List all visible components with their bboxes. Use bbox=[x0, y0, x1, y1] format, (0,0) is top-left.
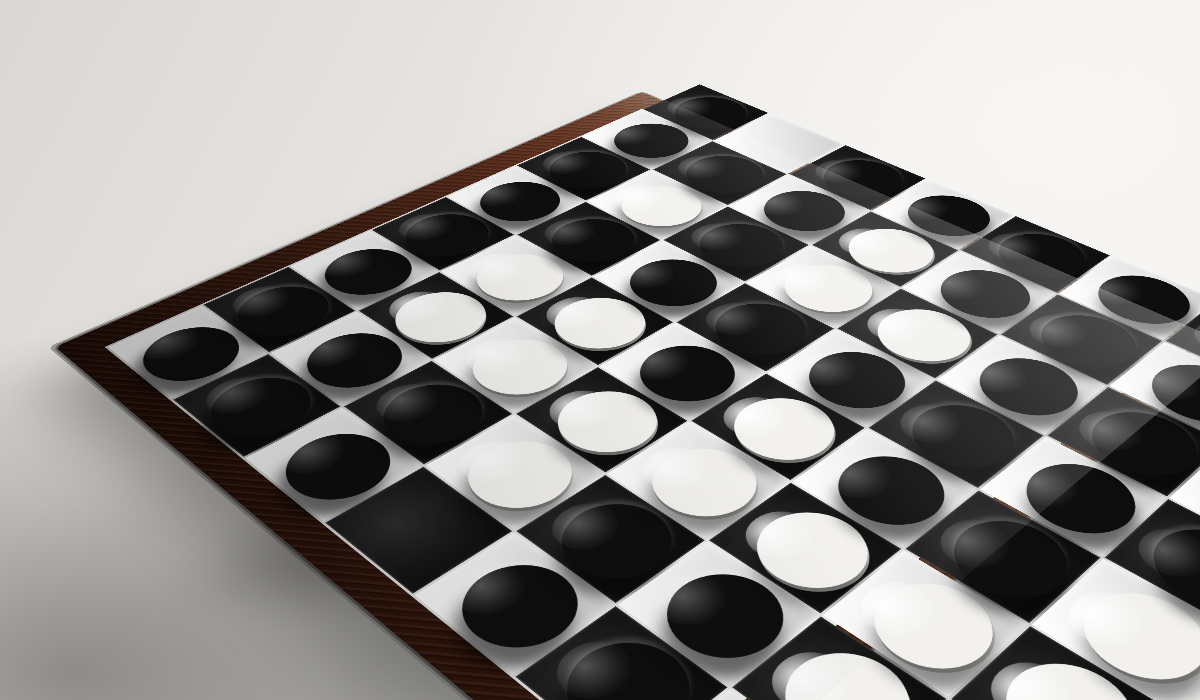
disc-highlight bbox=[619, 338, 703, 387]
disc-highlight bbox=[459, 248, 536, 289]
scene: ●●●●●●●●●●●●●●●●●●●●●●●●●●●●●●●●●●●●●●●●… bbox=[0, 0, 1200, 700]
disc-highlight bbox=[846, 572, 949, 646]
disc-highlight bbox=[764, 258, 841, 300]
disc-highlight bbox=[537, 383, 625, 436]
disc-highlight bbox=[309, 243, 386, 283]
disc-highlight bbox=[364, 376, 452, 429]
disc-highlight bbox=[694, 297, 774, 342]
disc-highlight bbox=[128, 320, 212, 367]
disc-highlight bbox=[439, 554, 541, 626]
disc-highlight bbox=[855, 302, 936, 348]
disc-highlight bbox=[464, 176, 535, 211]
disc-highlight bbox=[641, 563, 744, 636]
disc-highlight bbox=[540, 630, 648, 700]
disc-highlight bbox=[378, 285, 458, 329]
disc-highlight bbox=[658, 93, 722, 121]
disc-highlight bbox=[1054, 582, 1157, 657]
disc-highlight bbox=[1018, 308, 1099, 354]
disc-highlight bbox=[756, 640, 865, 700]
disc-highlight bbox=[888, 397, 976, 452]
disc-highlight bbox=[668, 151, 736, 184]
disc-highlight bbox=[611, 253, 688, 294]
disc-highlight bbox=[453, 332, 537, 380]
disc-highlight bbox=[538, 494, 635, 559]
disc-highlight bbox=[828, 223, 902, 261]
disc-highlight bbox=[956, 350, 1040, 400]
disc-highlight bbox=[389, 208, 463, 245]
disc-highlight bbox=[888, 190, 959, 226]
disc-highlight bbox=[978, 228, 1052, 267]
disc-highlight bbox=[680, 218, 754, 256]
disc-highlight bbox=[1067, 404, 1155, 459]
disc-highlight bbox=[919, 264, 996, 306]
disc-highlight bbox=[290, 326, 374, 374]
disc-highlight bbox=[975, 651, 1084, 700]
disc-highlight bbox=[534, 213, 608, 251]
disc-highlight bbox=[222, 280, 302, 323]
disc-highlight bbox=[1076, 269, 1153, 311]
disc-highlight bbox=[1127, 357, 1200, 408]
disc-highlight bbox=[813, 447, 905, 507]
disc-highlight bbox=[805, 155, 874, 188]
disc-highlight bbox=[604, 181, 675, 216]
disc-highlight bbox=[731, 502, 828, 568]
disc-highlight bbox=[745, 185, 816, 220]
disc-highlight bbox=[1000, 455, 1093, 516]
disc-highlight bbox=[194, 370, 282, 422]
disc-highlight bbox=[711, 390, 799, 444]
disc-highlight bbox=[267, 425, 359, 483]
disc-highlight bbox=[447, 432, 539, 490]
disc-highlight bbox=[629, 440, 721, 499]
disc-highlight bbox=[927, 511, 1024, 578]
disc-highlight bbox=[535, 291, 615, 335]
disc-highlight bbox=[598, 119, 664, 149]
disc-highlight bbox=[786, 344, 870, 393]
disc-highlight bbox=[533, 147, 601, 179]
